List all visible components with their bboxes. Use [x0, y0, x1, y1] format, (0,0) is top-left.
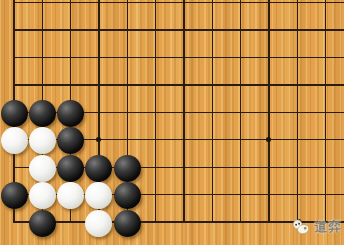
white-stone-B2[interactable]: [29, 182, 56, 209]
black-stone-D3[interactable]: [85, 155, 112, 182]
black-stone-B5[interactable]: [29, 100, 56, 127]
white-stone-B4[interactable]: [29, 127, 56, 154]
black-stone-E1[interactable]: [114, 210, 141, 237]
screenshot-root: 道弈: [0, 0, 344, 245]
white-stone-D1[interactable]: [85, 210, 112, 237]
black-stone-C5[interactable]: [57, 100, 84, 127]
black-stone-A5[interactable]: [1, 100, 28, 127]
grid-hline: [13, 57, 344, 58]
black-stone-E2[interactable]: [114, 182, 141, 209]
watermark: 道弈: [291, 217, 342, 236]
grid-hline: [13, 2, 344, 3]
black-stone-B1[interactable]: [29, 210, 56, 237]
black-stone-A2[interactable]: [1, 182, 28, 209]
panda-mascot-icon: [289, 215, 313, 238]
white-stone-C2[interactable]: [57, 182, 84, 209]
watermark-text: 道弈: [314, 218, 343, 237]
star-point-D4: [96, 137, 101, 142]
black-stone-C3[interactable]: [57, 155, 84, 182]
white-stone-A4[interactable]: [1, 127, 28, 154]
black-stone-E3[interactable]: [114, 155, 141, 182]
go-board[interactable]: 道弈: [0, 0, 344, 245]
grid-hline: [13, 84, 344, 85]
grid-hline: [13, 29, 344, 30]
star-point-K4: [266, 137, 271, 142]
white-stone-B3[interactable]: [29, 155, 56, 182]
white-stone-D2[interactable]: [85, 182, 112, 209]
black-stone-C4[interactable]: [57, 127, 84, 154]
